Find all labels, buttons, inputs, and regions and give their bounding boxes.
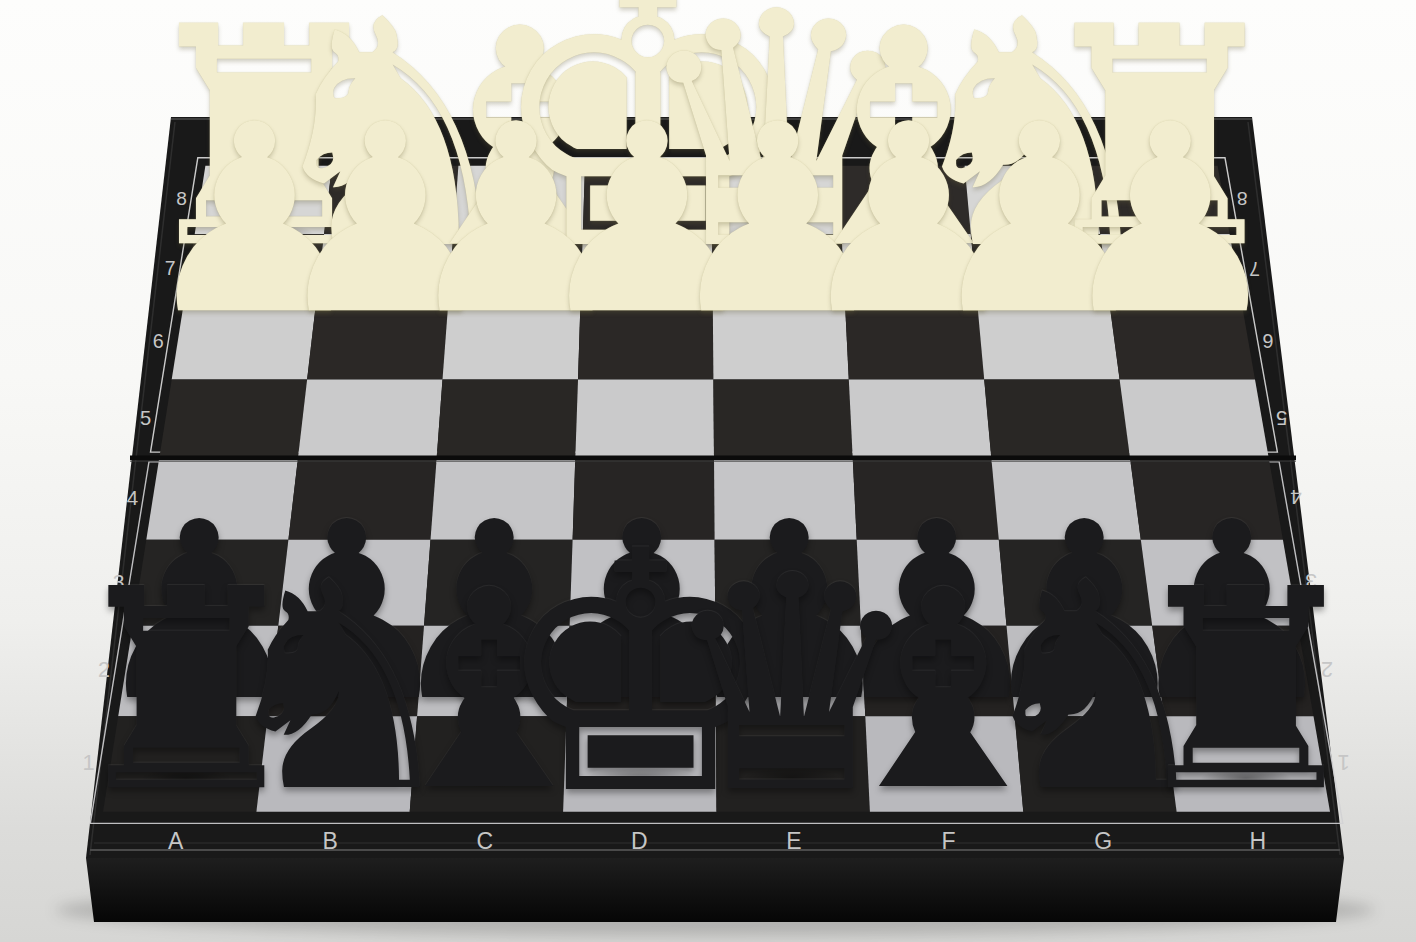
coord-label: 1 <box>83 750 95 775</box>
square-d8 <box>583 166 712 234</box>
chess-board: 8877665544332211AABBCCDDEEFFGGHH <box>0 0 1416 942</box>
square-h2 <box>1152 626 1313 717</box>
coord-label: E <box>769 135 780 154</box>
coord-label: F <box>895 135 905 154</box>
coord-label: 3 <box>1305 570 1317 593</box>
square-c2 <box>417 626 569 717</box>
square-c4 <box>431 458 576 540</box>
coord-label: 5 <box>1276 407 1287 429</box>
square-b4 <box>288 458 436 540</box>
square-c1 <box>410 716 567 811</box>
square-f5 <box>849 380 992 458</box>
square-c7 <box>448 234 583 305</box>
square-h5 <box>1120 380 1269 458</box>
square-h8 <box>1091 166 1230 234</box>
square-e4 <box>714 458 857 540</box>
coord-label: E <box>786 828 801 854</box>
coord-label: B <box>391 135 402 154</box>
coord-label: 7 <box>1249 257 1260 279</box>
square-g2 <box>1007 626 1165 717</box>
square-d5 <box>575 380 714 458</box>
square-g4 <box>991 458 1141 540</box>
coord-label: 8 <box>176 188 187 209</box>
square-h1 <box>1164 716 1330 811</box>
square-e5 <box>713 380 852 458</box>
square-a2 <box>118 626 278 717</box>
square-h6 <box>1110 305 1255 380</box>
square-d3 <box>570 540 716 626</box>
square-e1 <box>716 716 870 811</box>
square-g5 <box>984 380 1130 458</box>
square-b2 <box>268 626 424 717</box>
square-f4 <box>853 458 999 540</box>
square-a3 <box>133 540 289 626</box>
coord-label: H <box>1145 135 1157 154</box>
square-g6 <box>977 305 1119 380</box>
coord-label: H <box>1249 828 1266 854</box>
square-f6 <box>845 305 984 380</box>
coord-label: 4 <box>1290 486 1301 509</box>
square-g3 <box>999 540 1152 626</box>
square-d4 <box>573 458 715 540</box>
square-h3 <box>1141 540 1298 626</box>
square-b3 <box>278 540 430 626</box>
coord-label: 2 <box>1321 657 1333 681</box>
square-e7 <box>712 234 845 305</box>
square-f8 <box>838 166 971 234</box>
coord-label: F <box>942 828 956 854</box>
square-c6 <box>443 305 581 380</box>
coord-label: D <box>642 135 654 154</box>
square-c8 <box>453 166 585 234</box>
square-a8 <box>195 166 332 234</box>
square-f3 <box>857 540 1007 626</box>
square-b7 <box>316 234 454 305</box>
square-c5 <box>437 380 578 458</box>
square-a7 <box>184 234 325 305</box>
square-g8 <box>965 166 1101 234</box>
coord-label: B <box>323 828 338 854</box>
coord-label: 6 <box>1262 330 1273 352</box>
square-b1 <box>256 716 417 811</box>
board-front-face <box>86 858 1344 922</box>
coord-label: 4 <box>127 486 138 509</box>
square-h7 <box>1100 234 1242 305</box>
coord-label: G <box>1019 135 1032 154</box>
square-a6 <box>172 305 316 380</box>
coord-label: 1 <box>1338 750 1350 775</box>
coord-label: C <box>517 135 529 154</box>
square-b6 <box>307 305 448 380</box>
square-a5 <box>159 380 307 458</box>
square-d6 <box>578 305 713 380</box>
square-d7 <box>580 234 712 305</box>
square-g7 <box>971 234 1110 305</box>
square-f2 <box>861 626 1015 717</box>
coord-label: 3 <box>113 570 125 593</box>
square-g1 <box>1015 716 1177 811</box>
coord-label: A <box>168 828 184 854</box>
coord-label: 6 <box>153 330 164 352</box>
coord-label: C <box>476 828 493 854</box>
square-b8 <box>324 166 458 234</box>
square-f7 <box>842 234 978 305</box>
square-f1 <box>865 716 1023 811</box>
coord-label: D <box>631 828 648 854</box>
coord-label: 5 <box>140 407 151 429</box>
square-e3 <box>715 540 861 626</box>
square-d1 <box>563 716 716 811</box>
coord-label: 2 <box>98 658 110 682</box>
square-a4 <box>146 458 298 540</box>
square-b5 <box>298 380 443 458</box>
coord-label: G <box>1094 828 1112 854</box>
coord-label: 7 <box>165 257 176 279</box>
coord-label: A <box>265 135 277 154</box>
square-e6 <box>713 305 849 380</box>
chess-set-photo: 8877665544332211AABBCCDDEEFFGGHH ♜♞♝♚♛♝♞… <box>0 0 1416 942</box>
square-c3 <box>424 540 573 626</box>
square-e8 <box>712 166 842 234</box>
square-a1 <box>103 716 268 811</box>
square-e2 <box>715 626 865 717</box>
coord-label: 8 <box>1237 188 1248 209</box>
square-h4 <box>1130 458 1283 540</box>
square-d2 <box>567 626 716 717</box>
